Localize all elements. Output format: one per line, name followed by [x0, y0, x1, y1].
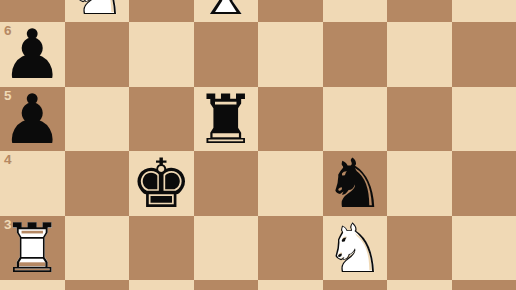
square-d7[interactable]: ♝♗ — [194, 0, 259, 22]
piece-black-rook-d5[interactable]: ♜ — [194, 87, 259, 152]
chess-board-viewport: ♞♘♝♗6♟5♟♜4♚♞3♜♖♞♘ — [0, 0, 516, 290]
square-g7[interactable] — [387, 0, 452, 22]
square-b3[interactable] — [65, 216, 130, 281]
square-h6[interactable] — [452, 22, 516, 87]
square-a6[interactable]: 6♟ — [0, 22, 65, 87]
piece-white-bishop-d7[interactable]: ♝♗ — [194, 0, 259, 22]
square-c2[interactable] — [129, 280, 194, 290]
black-pawn-icon: ♟ — [0, 23, 65, 88]
square-b4[interactable] — [65, 151, 130, 216]
black-king-icon: ♚ — [129, 152, 194, 217]
square-b7[interactable]: ♞♘ — [65, 0, 130, 22]
square-g4[interactable] — [387, 151, 452, 216]
square-c6[interactable] — [129, 22, 194, 87]
white-knight-outline-icon: ♘ — [323, 217, 388, 282]
white-bishop-outline-icon: ♗ — [194, 0, 259, 23]
square-a3[interactable]: 3♜♖ — [0, 216, 65, 281]
square-h7[interactable] — [452, 0, 516, 22]
piece-white-knight-f3[interactable]: ♞♘ — [323, 216, 388, 281]
square-b2[interactable] — [65, 280, 130, 290]
square-h2[interactable] — [452, 280, 516, 290]
square-h4[interactable] — [452, 151, 516, 216]
black-pawn-icon: ♟ — [0, 88, 65, 153]
square-c5[interactable] — [129, 87, 194, 152]
rank-label-4: 4 — [4, 151, 12, 168]
square-f7[interactable] — [323, 0, 388, 22]
square-d3[interactable] — [194, 216, 259, 281]
square-h3[interactable] — [452, 216, 516, 281]
square-e2[interactable] — [258, 280, 323, 290]
square-f6[interactable] — [323, 22, 388, 87]
piece-white-knight-b7[interactable]: ♞♘ — [65, 0, 130, 22]
black-rook-icon: ♜ — [194, 88, 259, 153]
square-f2[interactable] — [323, 280, 388, 290]
square-b5[interactable] — [65, 87, 130, 152]
piece-white-rook-a3[interactable]: ♜♖ — [0, 216, 65, 281]
square-c3[interactable] — [129, 216, 194, 281]
square-d5[interactable]: ♜ — [194, 87, 259, 152]
piece-black-pawn-a5[interactable]: ♟ — [0, 87, 65, 152]
piece-black-pawn-a6[interactable]: ♟ — [0, 22, 65, 87]
square-h5[interactable] — [452, 87, 516, 152]
square-a4[interactable]: 4 — [0, 151, 65, 216]
square-g3[interactable] — [387, 216, 452, 281]
piece-black-knight-f4[interactable]: ♞ — [323, 151, 388, 216]
square-g5[interactable] — [387, 87, 452, 152]
square-c7[interactable] — [129, 0, 194, 22]
white-rook-outline-icon: ♖ — [0, 217, 65, 282]
piece-black-king-c4[interactable]: ♚ — [129, 151, 194, 216]
square-f4[interactable]: ♞ — [323, 151, 388, 216]
square-b6[interactable] — [65, 22, 130, 87]
chess-board: ♞♘♝♗6♟5♟♜4♚♞3♜♖♞♘ — [0, 0, 516, 290]
white-knight-outline-icon: ♘ — [65, 0, 130, 23]
square-g2[interactable] — [387, 280, 452, 290]
square-e3[interactable] — [258, 216, 323, 281]
square-f3[interactable]: ♞♘ — [323, 216, 388, 281]
square-e5[interactable] — [258, 87, 323, 152]
square-g6[interactable] — [387, 22, 452, 87]
square-d4[interactable] — [194, 151, 259, 216]
square-f5[interactable] — [323, 87, 388, 152]
square-d6[interactable] — [194, 22, 259, 87]
square-a2[interactable] — [0, 280, 65, 290]
square-c4[interactable]: ♚ — [129, 151, 194, 216]
square-d2[interactable] — [194, 280, 259, 290]
square-e7[interactable] — [258, 0, 323, 22]
square-a5[interactable]: 5♟ — [0, 87, 65, 152]
black-knight-icon: ♞ — [323, 152, 388, 217]
square-e4[interactable] — [258, 151, 323, 216]
square-e6[interactable] — [258, 22, 323, 87]
